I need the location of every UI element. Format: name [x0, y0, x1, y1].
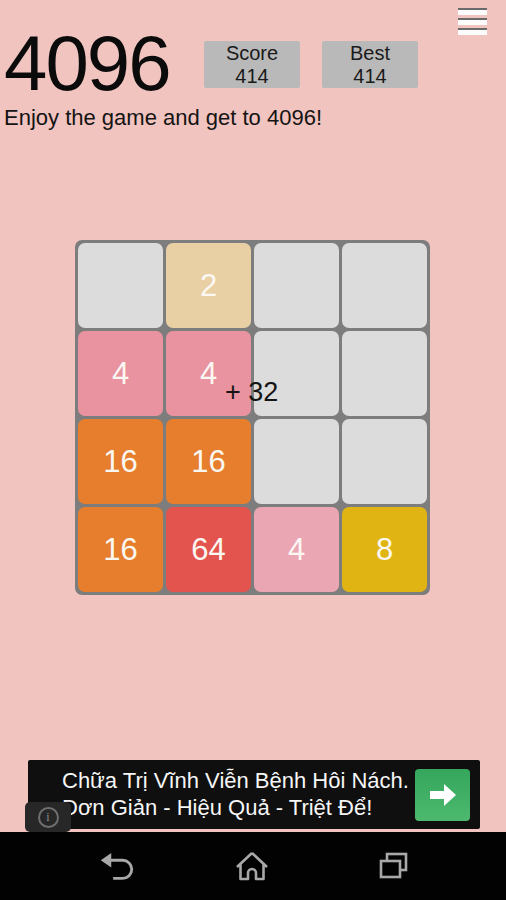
ad-line-2: Đơn Giản - Hiệu Quả - Triệt Để! [62, 794, 409, 821]
score-label: Score [226, 42, 278, 65]
hamburger-menu-icon[interactable] [458, 8, 487, 38]
ad-line-1: Chữa Trị Vĩnh Viễn Bệnh Hôi Nách. [62, 767, 409, 794]
ad-info-button[interactable]: i [25, 802, 71, 832]
board-grid[interactable]: 2441616166448 [75, 240, 430, 595]
merge-score-popup: + 32 [225, 377, 278, 408]
back-button[interactable] [95, 848, 137, 884]
tile-4: 4 [78, 331, 163, 416]
score-box: Score 414 [204, 41, 300, 88]
best-value: 414 [353, 65, 386, 88]
empty-cell [342, 419, 427, 504]
tile-16: 16 [166, 419, 251, 504]
tile-16: 16 [78, 507, 163, 592]
android-navbar [0, 832, 506, 900]
tile-8: 8 [342, 507, 427, 592]
ad-text: Chữa Trị Vĩnh Viễn Bệnh Hôi Nách. Đơn Gi… [62, 767, 409, 821]
empty-cell [254, 243, 339, 328]
hamburger-bar [458, 18, 487, 25]
empty-cell [342, 243, 427, 328]
empty-cell [342, 331, 427, 416]
right-arrow-icon [425, 778, 461, 812]
app-screen: 4096 Score 414 Best 414 Enjoy the game a… [0, 0, 506, 900]
best-label: Best [350, 42, 390, 65]
best-box: Best 414 [322, 41, 418, 88]
hamburger-bar [458, 8, 487, 15]
ad-cta-button[interactable] [415, 769, 470, 821]
score-value: 414 [235, 65, 268, 88]
empty-cell [78, 243, 163, 328]
page-title: 4096 [4, 24, 170, 102]
hamburger-bar [458, 28, 487, 35]
tile-4: 4 [254, 507, 339, 592]
recents-button[interactable] [372, 848, 414, 884]
tile-64: 64 [166, 507, 251, 592]
home-button[interactable] [231, 848, 273, 884]
tile-2: 2 [166, 243, 251, 328]
ad-banner[interactable]: Chữa Trị Vĩnh Viễn Bệnh Hôi Nách. Đơn Gi… [28, 760, 480, 829]
tile-16: 16 [78, 419, 163, 504]
info-icon: i [38, 807, 59, 828]
empty-cell [254, 419, 339, 504]
game-subtitle: Enjoy the game and get to 4096! [4, 105, 322, 131]
